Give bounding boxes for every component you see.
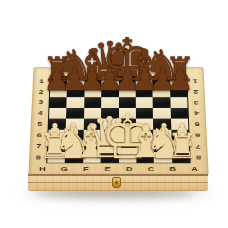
file-label: F [75, 163, 97, 174]
square-f8 [83, 151, 101, 162]
square-g5 [66, 119, 84, 130]
rank-label: 7 [190, 141, 207, 152]
square-d8 [119, 151, 137, 162]
rank-label: 7 [30, 141, 47, 152]
rank-label: 2 [33, 86, 49, 97]
square-b5 [153, 119, 171, 130]
rank-label: 8 [30, 152, 47, 163]
brass-latch-icon [112, 177, 121, 188]
rank-labels-right: 12345678 [187, 76, 207, 163]
square-f4 [84, 108, 101, 119]
square-e7 [101, 140, 119, 151]
square-c8 [136, 151, 154, 162]
file-label: B [162, 163, 184, 174]
rank-label: 3 [188, 97, 204, 108]
square-d4 [119, 108, 136, 119]
file-label: A [183, 163, 205, 174]
square-a1 [169, 77, 186, 87]
square-d2 [119, 87, 136, 97]
square-h5 [49, 119, 67, 130]
board-surface: 12345678 12345678 HGFEDCBA [28, 67, 208, 175]
square-g7 [65, 140, 83, 151]
square-g1 [67, 77, 84, 87]
square-b8 [154, 151, 172, 162]
square-g3 [67, 97, 84, 108]
square-c5 [136, 119, 154, 130]
chess-set-photo: 12345678 12345678 HGFEDCBA ♜♞♝♛♚♝♞♜♟♟♟♟♟… [0, 0, 228, 228]
square-b3 [153, 97, 170, 108]
rank-label: 1 [187, 76, 203, 86]
square-e8 [101, 151, 119, 162]
square-g2 [67, 87, 84, 97]
rank-label: 3 [33, 97, 49, 108]
square-a3 [170, 97, 188, 108]
rank-label: 5 [32, 119, 49, 130]
rank-label: 6 [31, 130, 48, 141]
square-b7 [154, 140, 172, 151]
square-b6 [153, 129, 171, 140]
file-label: E [97, 163, 119, 174]
square-e3 [101, 97, 118, 108]
square-h6 [48, 129, 66, 140]
rank-labels-left: 12345678 [30, 76, 50, 163]
square-e6 [101, 129, 119, 140]
rank-label: 2 [188, 86, 204, 97]
square-a4 [170, 108, 188, 119]
square-f3 [84, 97, 101, 108]
rank-label: 4 [189, 108, 205, 119]
square-h4 [49, 108, 67, 119]
square-g6 [66, 129, 84, 140]
file-labels-bottom: HGFEDCBA [31, 163, 205, 174]
square-b4 [153, 108, 171, 119]
file-label: G [53, 163, 75, 174]
square-d5 [119, 119, 136, 130]
square-d1 [119, 77, 136, 87]
square-f5 [84, 119, 102, 130]
rank-label: 8 [190, 152, 207, 163]
square-c6 [136, 129, 154, 140]
square-a5 [171, 119, 189, 130]
rank-label: 4 [32, 108, 48, 119]
square-a2 [170, 87, 187, 97]
square-f7 [83, 140, 101, 151]
square-c1 [135, 77, 152, 87]
square-b2 [153, 87, 170, 97]
square-f2 [84, 87, 101, 97]
square-b1 [152, 77, 169, 87]
square-c7 [136, 140, 154, 151]
square-c4 [136, 108, 153, 119]
square-h8 [47, 151, 65, 162]
checker-grid [46, 76, 190, 163]
square-g4 [66, 108, 84, 119]
file-label: D [119, 163, 141, 174]
file-label: C [140, 163, 162, 174]
square-h1 [50, 77, 67, 87]
square-e2 [101, 87, 118, 97]
square-a7 [171, 140, 189, 151]
square-h2 [50, 87, 67, 97]
square-a8 [172, 151, 190, 162]
rank-label: 6 [189, 130, 206, 141]
square-e5 [101, 119, 118, 130]
rank-label: 1 [34, 76, 50, 86]
square-a6 [171, 129, 189, 140]
square-e1 [101, 77, 118, 87]
square-d3 [119, 97, 136, 108]
rank-label: 5 [189, 119, 206, 130]
square-d7 [119, 140, 137, 151]
file-label: H [31, 163, 53, 174]
square-f6 [83, 129, 101, 140]
square-e4 [101, 108, 118, 119]
square-h7 [48, 140, 66, 151]
square-d6 [119, 129, 137, 140]
square-c3 [136, 97, 153, 108]
square-f1 [84, 77, 101, 87]
square-g8 [65, 151, 83, 162]
square-c2 [136, 87, 153, 97]
square-h3 [49, 97, 67, 108]
